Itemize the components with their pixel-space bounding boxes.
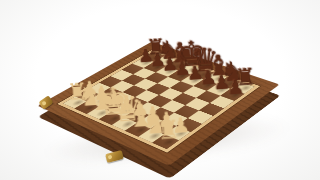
product-photo-scene: ♜♟♟♜♞♟♟♞♝♟♟♝♚♟♟♚♛♟♟♛♝♟♟♝♞♟♟♞♜♟♟♜ — [0, 0, 320, 180]
board-frame: ♜♟♟♜♞♟♟♞♝♟♟♝♚♟♟♚♛♟♟♛♝♟♟♝♞♟♟♞♜♟♟♜ — [37, 42, 279, 166]
square-a1[interactable]: ♜ — [152, 134, 179, 149]
white-rook[interactable]: ♜ — [125, 116, 212, 146]
black-pawn[interactable]: ♟ — [196, 75, 275, 99]
chess-board: ♜♟♟♜♞♟♟♞♝♟♟♝♚♟♟♚♛♟♟♛♝♟♟♝♞♟♟♞♜♟♟♜ — [37, 42, 279, 166]
